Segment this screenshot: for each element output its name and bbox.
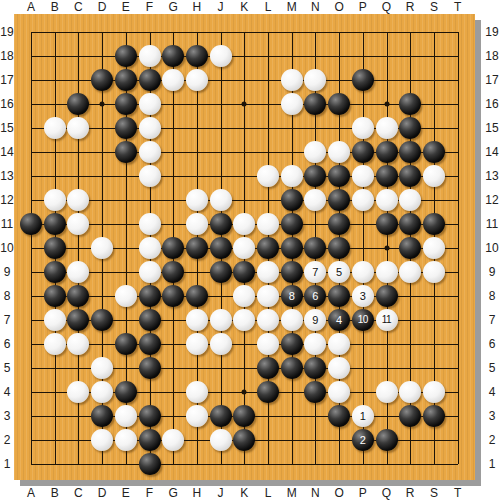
column-label-bottom-B: B [47, 486, 63, 500]
black-stone-O13 [328, 165, 350, 187]
move-number-label: 6 [312, 291, 318, 302]
row-label-left-6: 6 [0, 337, 14, 351]
row-label-right-6: 6 [485, 337, 499, 351]
row-label-left-7: 7 [0, 313, 14, 327]
black-stone-B9 [44, 261, 66, 283]
white-stone-H11 [186, 213, 208, 235]
white-stone-E3 [115, 405, 137, 427]
white-stone-H17 [186, 69, 208, 91]
black-stone-O3 [328, 405, 350, 427]
white-stone-Q4 [376, 381, 398, 403]
white-stone-Q9 [376, 261, 398, 283]
white-stone-C4 [67, 381, 89, 403]
black-stone-O16 [328, 93, 350, 115]
white-stone-S13 [423, 165, 445, 187]
white-stone-H4 [186, 381, 208, 403]
white-stone-L6 [257, 333, 279, 355]
white-stone-B15 [44, 117, 66, 139]
white-stone-K11 [233, 213, 255, 235]
black-stone-O10 [328, 237, 350, 259]
white-stone-P12 [352, 189, 374, 211]
black-stone-S14 [423, 141, 445, 163]
column-label-top-S: S [426, 0, 442, 14]
move-number-label: 9 [312, 315, 318, 326]
black-stone-B10 [44, 237, 66, 259]
white-stone-F10 [139, 237, 161, 259]
black-stone-E6 [115, 333, 137, 355]
row-label-right-5: 5 [485, 361, 499, 375]
white-stone-D5 [91, 357, 113, 379]
white-stone-O6 [328, 333, 350, 355]
column-label-bottom-E: E [118, 486, 134, 500]
white-stone-H3 [186, 405, 208, 427]
white-stone-C15 [67, 117, 89, 139]
black-stone-E18 [115, 45, 137, 67]
white-stone-C11 [67, 213, 89, 235]
white-stone-O4 [328, 381, 350, 403]
column-label-top-T: T [450, 0, 466, 14]
white-stone-P8: 3 [352, 285, 374, 307]
white-stone-L9 [257, 261, 279, 283]
star-point [384, 246, 389, 251]
white-stone-E2 [115, 429, 137, 451]
grid-line-horizontal [31, 344, 458, 345]
column-label-bottom-S: S [426, 486, 442, 500]
row-label-left-12: 12 [0, 193, 14, 207]
row-label-left-1: 1 [0, 457, 14, 471]
white-stone-F13 [139, 165, 161, 187]
black-stone-B8 [44, 285, 66, 307]
black-stone-O11 [328, 213, 350, 235]
black-stone-H8 [186, 285, 208, 307]
white-stone-R9 [399, 261, 421, 283]
black-stone-J10 [210, 237, 232, 259]
white-stone-Q12 [376, 189, 398, 211]
row-label-right-11: 11 [485, 217, 499, 231]
black-stone-C7 [67, 309, 89, 331]
black-stone-A11 [20, 213, 42, 235]
column-label-top-H: H [189, 0, 205, 14]
black-stone-R14 [399, 141, 421, 163]
black-stone-F1 [139, 453, 161, 475]
column-label-bottom-R: R [402, 486, 418, 500]
white-stone-K10 [233, 237, 255, 259]
column-label-top-C: C [70, 0, 86, 14]
black-stone-Q8 [376, 285, 398, 307]
move-number-label: 11 [382, 315, 391, 325]
white-stone-L13 [257, 165, 279, 187]
row-label-right-1: 1 [485, 457, 499, 471]
white-stone-N6 [304, 333, 326, 355]
black-stone-N10 [304, 237, 326, 259]
black-stone-O7: 4 [328, 309, 350, 331]
white-stone-K7 [233, 309, 255, 331]
black-stone-N8: 6 [304, 285, 326, 307]
black-stone-Q14 [376, 141, 398, 163]
column-label-top-D: D [94, 0, 110, 14]
white-stone-S9 [423, 261, 445, 283]
column-label-bottom-N: N [307, 486, 323, 500]
black-stone-P7: 10 [352, 309, 374, 331]
column-label-bottom-M: M [284, 486, 300, 500]
grid-line-vertical [363, 32, 364, 464]
black-stone-D7 [91, 309, 113, 331]
row-label-right-12: 12 [485, 193, 499, 207]
white-stone-F18 [139, 45, 161, 67]
black-stone-P17 [352, 69, 374, 91]
white-stone-L8 [257, 285, 279, 307]
row-label-right-19: 19 [485, 25, 499, 39]
black-stone-S3 [423, 405, 445, 427]
row-label-left-3: 3 [0, 409, 14, 423]
white-stone-O14 [328, 141, 350, 163]
black-stone-F5 [139, 357, 161, 379]
row-label-right-3: 3 [485, 409, 499, 423]
black-stone-C8 [67, 285, 89, 307]
move-number-label: 4 [336, 315, 342, 326]
black-stone-B11 [44, 213, 66, 235]
row-label-left-14: 14 [0, 145, 14, 159]
row-label-right-2: 2 [485, 433, 499, 447]
row-label-right-17: 17 [485, 73, 499, 87]
move-number-label: 8 [289, 291, 295, 302]
black-stone-O8 [328, 285, 350, 307]
column-label-top-M: M [284, 0, 300, 14]
move-number-label: 7 [312, 267, 318, 278]
column-label-bottom-A: A [23, 486, 39, 500]
white-stone-S10 [423, 237, 445, 259]
row-label-left-19: 19 [0, 25, 14, 39]
black-stone-R13 [399, 165, 421, 187]
row-label-left-5: 5 [0, 361, 14, 375]
star-point [242, 390, 247, 395]
black-stone-F3 [139, 405, 161, 427]
column-label-top-J: J [213, 0, 229, 14]
white-stone-D2 [91, 429, 113, 451]
row-label-right-8: 8 [485, 289, 499, 303]
white-stone-N14 [304, 141, 326, 163]
white-stone-P9 [352, 261, 374, 283]
move-number-label: 3 [360, 291, 366, 302]
black-stone-E4 [115, 381, 137, 403]
column-label-bottom-H: H [189, 486, 205, 500]
black-stone-J11 [210, 213, 232, 235]
column-label-top-G: G [165, 0, 181, 14]
black-stone-O12 [328, 189, 350, 211]
column-label-top-R: R [402, 0, 418, 14]
black-stone-L5 [257, 357, 279, 379]
black-stone-E16 [115, 93, 137, 115]
column-label-top-B: B [47, 0, 63, 14]
white-stone-F11 [139, 213, 161, 235]
row-label-left-9: 9 [0, 265, 14, 279]
white-stone-D4 [91, 381, 113, 403]
column-label-bottom-D: D [94, 486, 110, 500]
row-label-left-17: 17 [0, 73, 14, 87]
black-stone-M12 [281, 189, 303, 211]
black-stone-F17 [139, 69, 161, 91]
row-label-left-8: 8 [0, 289, 14, 303]
column-label-top-O: O [331, 0, 347, 14]
black-stone-L4 [257, 381, 279, 403]
white-stone-C12 [67, 189, 89, 211]
black-stone-F6 [139, 333, 161, 355]
white-stone-J2 [210, 429, 232, 451]
column-label-bottom-L: L [260, 486, 276, 500]
white-stone-H7 [186, 309, 208, 331]
row-label-right-4: 4 [485, 385, 499, 399]
white-stone-F16 [139, 93, 161, 115]
white-stone-K8 [233, 285, 255, 307]
star-point [242, 102, 247, 107]
black-stone-N13 [304, 165, 326, 187]
white-stone-L11 [257, 213, 279, 235]
black-stone-P14 [352, 141, 374, 163]
white-stone-J12 [210, 189, 232, 211]
column-label-bottom-Q: Q [379, 486, 395, 500]
black-stone-G10 [162, 237, 184, 259]
black-stone-Q2 [376, 429, 398, 451]
black-stone-D17 [91, 69, 113, 91]
row-label-left-15: 15 [0, 121, 14, 135]
black-stone-K3 [233, 405, 255, 427]
white-stone-S4 [423, 381, 445, 403]
white-stone-B12 [44, 189, 66, 211]
row-label-right-7: 7 [485, 313, 499, 327]
white-stone-J6 [210, 333, 232, 355]
black-stone-E14 [115, 141, 137, 163]
black-stone-G9 [162, 261, 184, 283]
go-board[interactable]: 7586394101112 [14, 14, 475, 480]
black-stone-M9 [281, 261, 303, 283]
column-label-bottom-P: P [355, 486, 371, 500]
black-stone-S11 [423, 213, 445, 235]
row-label-right-9: 9 [485, 265, 499, 279]
white-stone-H12 [186, 189, 208, 211]
white-stone-L7 [257, 309, 279, 331]
white-stone-M17 [281, 69, 303, 91]
white-stone-O5 [328, 357, 350, 379]
white-stone-G2 [162, 429, 184, 451]
white-stone-C6 [67, 333, 89, 355]
white-stone-J18 [210, 45, 232, 67]
white-stone-B6 [44, 333, 66, 355]
white-stone-B7 [44, 309, 66, 331]
black-stone-L10 [257, 237, 279, 259]
black-stone-M8: 8 [281, 285, 303, 307]
column-label-bottom-F: F [142, 486, 158, 500]
black-stone-F2 [139, 429, 161, 451]
white-stone-R4 [399, 381, 421, 403]
grid-line-horizontal [31, 464, 458, 465]
white-stone-F9 [139, 261, 161, 283]
black-stone-M11 [281, 213, 303, 235]
white-stone-H6 [186, 333, 208, 355]
black-stone-C16 [67, 93, 89, 115]
move-number-label: 2 [360, 435, 366, 446]
white-stone-O9: 5 [328, 261, 350, 283]
white-stone-P15 [352, 117, 374, 139]
white-stone-N12 [304, 189, 326, 211]
row-label-right-13: 13 [485, 169, 499, 183]
white-stone-E8 [115, 285, 137, 307]
row-label-left-4: 4 [0, 385, 14, 399]
white-stone-M16 [281, 93, 303, 115]
white-stone-C9 [67, 261, 89, 283]
white-stone-Q7: 11 [376, 309, 398, 331]
row-label-left-11: 11 [0, 217, 14, 231]
black-stone-E17 [115, 69, 137, 91]
column-label-bottom-J: J [213, 486, 229, 500]
column-label-top-P: P [355, 0, 371, 14]
black-stone-F7 [139, 309, 161, 331]
star-point [100, 102, 105, 107]
row-label-left-2: 2 [0, 433, 14, 447]
white-stone-F14 [139, 141, 161, 163]
white-stone-N9: 7 [304, 261, 326, 283]
white-stone-N7: 9 [304, 309, 326, 331]
column-label-bottom-K: K [236, 486, 252, 500]
column-label-top-L: L [260, 0, 276, 14]
black-stone-R3 [399, 405, 421, 427]
black-stone-K9 [233, 261, 255, 283]
row-label-right-14: 14 [485, 145, 499, 159]
column-label-top-K: K [236, 0, 252, 14]
black-stone-M10 [281, 237, 303, 259]
black-stone-N4 [304, 381, 326, 403]
black-stone-E15 [115, 117, 137, 139]
white-stone-M7 [281, 309, 303, 331]
row-label-right-16: 16 [485, 97, 499, 111]
black-stone-F8 [139, 285, 161, 307]
white-stone-P13 [352, 165, 374, 187]
column-label-top-F: F [142, 0, 158, 14]
black-stone-H10 [186, 237, 208, 259]
black-stone-M6 [281, 333, 303, 355]
white-stone-R12 [399, 189, 421, 211]
black-stone-D3 [91, 405, 113, 427]
black-stone-J9 [210, 261, 232, 283]
row-label-right-15: 15 [485, 121, 499, 135]
black-stone-J3 [210, 405, 232, 427]
white-stone-N17 [304, 69, 326, 91]
black-stone-K2 [233, 429, 255, 451]
black-stone-P2: 2 [352, 429, 374, 451]
white-stone-M13 [281, 165, 303, 187]
column-label-top-Q: Q [379, 0, 395, 14]
go-diagram-screen: 7586394101112 AABBCCDDEEFFGGHHJJKKLLMMNN… [0, 0, 500, 500]
black-stone-G18 [162, 45, 184, 67]
white-stone-G17 [162, 69, 184, 91]
row-label-right-10: 10 [485, 241, 499, 255]
grid-line-vertical [458, 32, 459, 464]
row-label-left-10: 10 [0, 241, 14, 255]
black-stone-Q13 [376, 165, 398, 187]
move-number-label: 5 [336, 267, 342, 278]
move-number-label: 1 [360, 411, 366, 422]
column-label-top-N: N [307, 0, 323, 14]
row-label-right-18: 18 [485, 49, 499, 63]
black-stone-M5 [281, 357, 303, 379]
row-label-left-18: 18 [0, 49, 14, 63]
column-label-top-A: A [23, 0, 39, 14]
black-stone-R10 [399, 237, 421, 259]
white-stone-J7 [210, 309, 232, 331]
black-stone-N5 [304, 357, 326, 379]
star-point [384, 102, 389, 107]
black-stone-N16 [304, 93, 326, 115]
column-label-bottom-O: O [331, 486, 347, 500]
black-stone-R15 [399, 117, 421, 139]
column-label-top-E: E [118, 0, 134, 14]
black-stone-R16 [399, 93, 421, 115]
black-stone-Q11 [376, 213, 398, 235]
row-label-left-13: 13 [0, 169, 14, 183]
black-stone-H18 [186, 45, 208, 67]
column-label-bottom-T: T [450, 486, 466, 500]
row-label-left-16: 16 [0, 97, 14, 111]
white-stone-Q15 [376, 117, 398, 139]
black-stone-R11 [399, 213, 421, 235]
white-stone-P3: 1 [352, 405, 374, 427]
white-stone-D10 [91, 237, 113, 259]
column-label-bottom-C: C [70, 486, 86, 500]
move-number-label: 10 [358, 315, 368, 325]
column-label-bottom-G: G [165, 486, 181, 500]
black-stone-G8 [162, 285, 184, 307]
white-stone-F15 [139, 117, 161, 139]
